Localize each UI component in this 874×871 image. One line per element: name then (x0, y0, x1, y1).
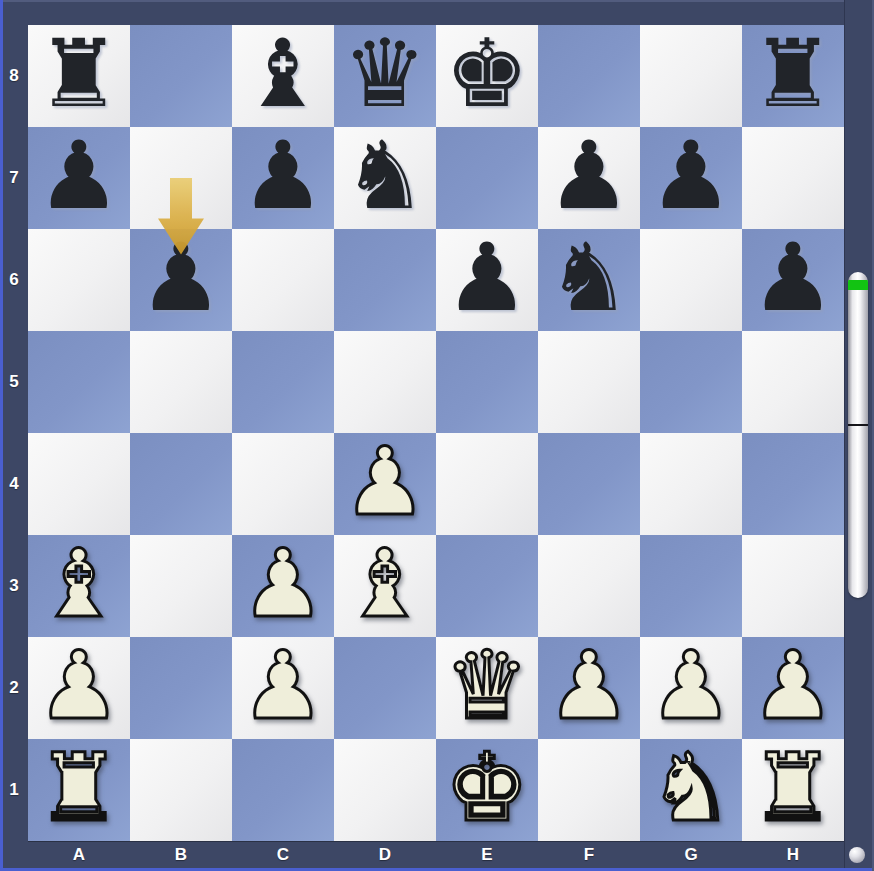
square-f2[interactable]: ♟ (538, 637, 640, 739)
file-label-e: E (436, 841, 538, 869)
piece-white-king-e1[interactable]: ♚ (445, 741, 529, 835)
square-e7[interactable] (436, 127, 538, 229)
file-label-b: B (130, 841, 232, 869)
file-label-h: H (742, 841, 844, 869)
frame-left-accent (0, 0, 3, 871)
square-c8[interactable]: ♝ (232, 25, 334, 127)
file-label-f: F (538, 841, 640, 869)
square-d6[interactable] (334, 229, 436, 331)
rank-label-2: 2 (0, 637, 28, 739)
piece-black-king-e8[interactable]: ♚ (445, 27, 529, 121)
square-d8[interactable]: ♛ (334, 25, 436, 127)
square-f1[interactable] (538, 739, 640, 841)
square-e8[interactable]: ♚ (436, 25, 538, 127)
piece-white-queen-e2[interactable]: ♛ (445, 639, 529, 733)
piece-black-pawn-b6[interactable]: ♟ (139, 231, 223, 325)
piece-black-pawn-e6[interactable]: ♟ (445, 231, 529, 325)
square-c2[interactable]: ♟ (232, 637, 334, 739)
square-c6[interactable] (232, 229, 334, 331)
file-label-c: C (232, 841, 334, 869)
square-g8[interactable] (640, 25, 742, 127)
square-h4[interactable] (742, 433, 844, 535)
square-d3[interactable]: ♝ (334, 535, 436, 637)
square-h7[interactable] (742, 127, 844, 229)
piece-white-bishop-a3[interactable]: ♝ (37, 537, 121, 631)
square-a5[interactable] (28, 331, 130, 433)
square-d1[interactable] (334, 739, 436, 841)
square-e6[interactable]: ♟ (436, 229, 538, 331)
frame-top-highlight (0, 0, 874, 2)
square-a3[interactable]: ♝ (28, 535, 130, 637)
square-a8[interactable]: ♜ (28, 25, 130, 127)
square-e3[interactable] (436, 535, 538, 637)
piece-black-knight-f6[interactable]: ♞ (547, 231, 631, 325)
square-a7[interactable]: ♟ (28, 127, 130, 229)
piece-white-knight-g1[interactable]: ♞ (649, 741, 733, 835)
piece-black-pawn-g7[interactable]: ♟ (649, 129, 733, 223)
chess-board: ♜♝♛♚♜♟♟♞♟♟♟♟♞♟♟♝♟♝♟♟♛♟♟♟♜♚♞♜ (28, 25, 846, 842)
rank-label-6: 6 (0, 229, 28, 331)
square-e5[interactable] (436, 331, 538, 433)
square-e2[interactable]: ♛ (436, 637, 538, 739)
piece-white-pawn-g2[interactable]: ♟ (649, 639, 733, 733)
square-e1[interactable]: ♚ (436, 739, 538, 841)
rank-label-5: 5 (0, 331, 28, 433)
square-g7[interactable]: ♟ (640, 127, 742, 229)
square-a6[interactable] (28, 229, 130, 331)
file-label-g: G (640, 841, 742, 869)
square-h6[interactable]: ♟ (742, 229, 844, 331)
rank-label-4: 4 (0, 433, 28, 535)
square-c4[interactable] (232, 433, 334, 535)
square-g1[interactable]: ♞ (640, 739, 742, 841)
square-b7[interactable] (130, 127, 232, 229)
square-f4[interactable] (538, 433, 640, 535)
piece-black-pawn-a7[interactable]: ♟ (37, 129, 121, 223)
square-h8[interactable]: ♜ (742, 25, 844, 127)
square-c5[interactable] (232, 331, 334, 433)
square-h2[interactable]: ♟ (742, 637, 844, 739)
square-a2[interactable]: ♟ (28, 637, 130, 739)
rank-label-7: 7 (0, 127, 28, 229)
square-f5[interactable] (538, 331, 640, 433)
square-a1[interactable]: ♜ (28, 739, 130, 841)
square-b4[interactable] (130, 433, 232, 535)
eval-slider-thumb[interactable] (848, 272, 868, 598)
square-c7[interactable]: ♟ (232, 127, 334, 229)
square-b8[interactable] (130, 25, 232, 127)
square-f3[interactable] (538, 535, 640, 637)
square-g3[interactable] (640, 535, 742, 637)
piece-black-queen-d8[interactable]: ♛ (343, 27, 427, 121)
square-a4[interactable] (28, 433, 130, 535)
square-f7[interactable]: ♟ (538, 127, 640, 229)
square-h5[interactable] (742, 331, 844, 433)
rank-label-3: 3 (0, 535, 28, 637)
square-g2[interactable]: ♟ (640, 637, 742, 739)
piece-white-bishop-d3[interactable]: ♝ (343, 537, 427, 631)
square-f6[interactable]: ♞ (538, 229, 640, 331)
piece-black-rook-h8[interactable]: ♜ (751, 27, 835, 121)
square-b2[interactable] (130, 637, 232, 739)
piece-black-rook-a8[interactable]: ♜ (37, 27, 121, 121)
piece-white-rook-a1[interactable]: ♜ (37, 741, 121, 835)
piece-black-knight-d7[interactable]: ♞ (343, 129, 427, 223)
square-b6[interactable]: ♟ (130, 229, 232, 331)
square-g6[interactable] (640, 229, 742, 331)
piece-black-pawn-f7[interactable]: ♟ (547, 129, 631, 223)
piece-white-pawn-h2[interactable]: ♟ (751, 639, 835, 733)
rank-label-1: 1 (0, 739, 28, 841)
square-d7[interactable]: ♞ (334, 127, 436, 229)
square-f8[interactable] (538, 25, 640, 127)
rank-label-8: 8 (0, 25, 28, 127)
square-c3[interactable]: ♟ (232, 535, 334, 637)
slider-center-line-icon (848, 424, 868, 426)
piece-black-pawn-c7[interactable]: ♟ (241, 129, 325, 223)
square-g4[interactable] (640, 433, 742, 535)
square-d4[interactable]: ♟ (334, 433, 436, 535)
square-h1[interactable]: ♜ (742, 739, 844, 841)
file-label-d: D (334, 841, 436, 869)
piece-white-pawn-c3[interactable]: ♟ (241, 537, 325, 631)
piece-white-pawn-d4[interactable]: ♟ (343, 435, 427, 529)
piece-white-rook-h1[interactable]: ♜ (751, 741, 835, 835)
corner-orb-icon (849, 847, 865, 863)
piece-black-pawn-h6[interactable]: ♟ (751, 231, 835, 325)
piece-white-pawn-a2[interactable]: ♟ (37, 639, 121, 733)
piece-black-bishop-c8[interactable]: ♝ (241, 27, 325, 121)
chess-app-window: ♜♝♛♚♜♟♟♞♟♟♟♟♞♟♟♝♟♝♟♟♛♟♟♟♜♚♞♜ 87654321ABC… (0, 0, 874, 871)
slider-green-marker (848, 280, 868, 290)
square-b1[interactable] (130, 739, 232, 841)
piece-white-pawn-c2[interactable]: ♟ (241, 639, 325, 733)
square-e4[interactable] (436, 433, 538, 535)
square-h3[interactable] (742, 535, 844, 637)
file-label-a: A (28, 841, 130, 869)
square-c1[interactable] (232, 739, 334, 841)
piece-white-pawn-f2[interactable]: ♟ (547, 639, 631, 733)
square-g5[interactable] (640, 331, 742, 433)
square-d2[interactable] (334, 637, 436, 739)
square-b3[interactable] (130, 535, 232, 637)
square-d5[interactable] (334, 331, 436, 433)
square-b5[interactable] (130, 331, 232, 433)
